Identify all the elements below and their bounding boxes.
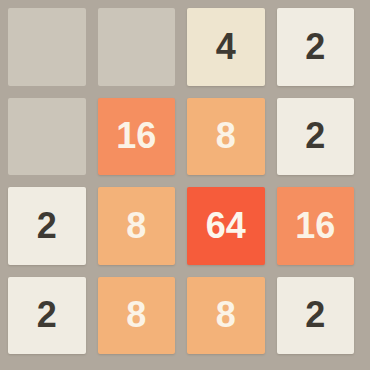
tile-value: 16 bbox=[295, 208, 335, 244]
tile-value: 16 bbox=[116, 118, 156, 154]
tile-8-r3c2: 8 bbox=[98, 187, 176, 265]
tile-4-r1c3: 4 bbox=[187, 8, 265, 86]
tile-value: 8 bbox=[216, 297, 236, 333]
tile-2-r1c4: 2 bbox=[277, 8, 355, 86]
tile-2-r4c1: 2 bbox=[8, 277, 86, 355]
tile-value: 2 bbox=[305, 29, 325, 65]
tile-64-r3c3: 64 bbox=[187, 187, 265, 265]
tile-value: 64 bbox=[206, 208, 246, 244]
tile-value: 2 bbox=[305, 118, 325, 154]
tile-value: 8 bbox=[126, 208, 146, 244]
board-2048[interactable]: 4216822864162882 bbox=[0, 0, 370, 370]
tile-16-r3c4: 16 bbox=[277, 187, 355, 265]
tile-8-r4c2: 8 bbox=[98, 277, 176, 355]
tile-value: 2 bbox=[37, 297, 57, 333]
tile-16-r2c2: 16 bbox=[98, 98, 176, 176]
tile-8-r4c3: 8 bbox=[187, 277, 265, 355]
tile-value: 2 bbox=[305, 297, 325, 333]
empty-cell-r1c2 bbox=[98, 8, 176, 86]
empty-cell-r1c1 bbox=[8, 8, 86, 86]
tile-value: 8 bbox=[126, 297, 146, 333]
tile-value: 8 bbox=[216, 118, 236, 154]
empty-cell-r2c1 bbox=[8, 98, 86, 176]
tile-value: 2 bbox=[37, 208, 57, 244]
tile-2-r2c4: 2 bbox=[277, 98, 355, 176]
tile-value: 4 bbox=[216, 29, 236, 65]
tile-8-r2c3: 8 bbox=[187, 98, 265, 176]
tile-2-r4c4: 2 bbox=[277, 277, 355, 355]
tile-2-r3c1: 2 bbox=[8, 187, 86, 265]
